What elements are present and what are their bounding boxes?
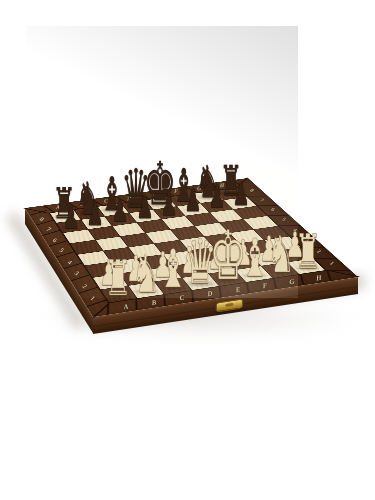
frame-separator [302,247,325,248]
wooden-chess-set-photo: AABBCCDDEEFFGGHH1122334455667788 ♜♞♝♛♚♝♞… [0,0,375,500]
frame-separator [136,299,138,311]
frame-separator [268,215,290,216]
frame-separator [290,236,313,237]
frame-separator [314,258,338,259]
brass-clasp [216,298,244,312]
frame-separator [279,225,301,226]
